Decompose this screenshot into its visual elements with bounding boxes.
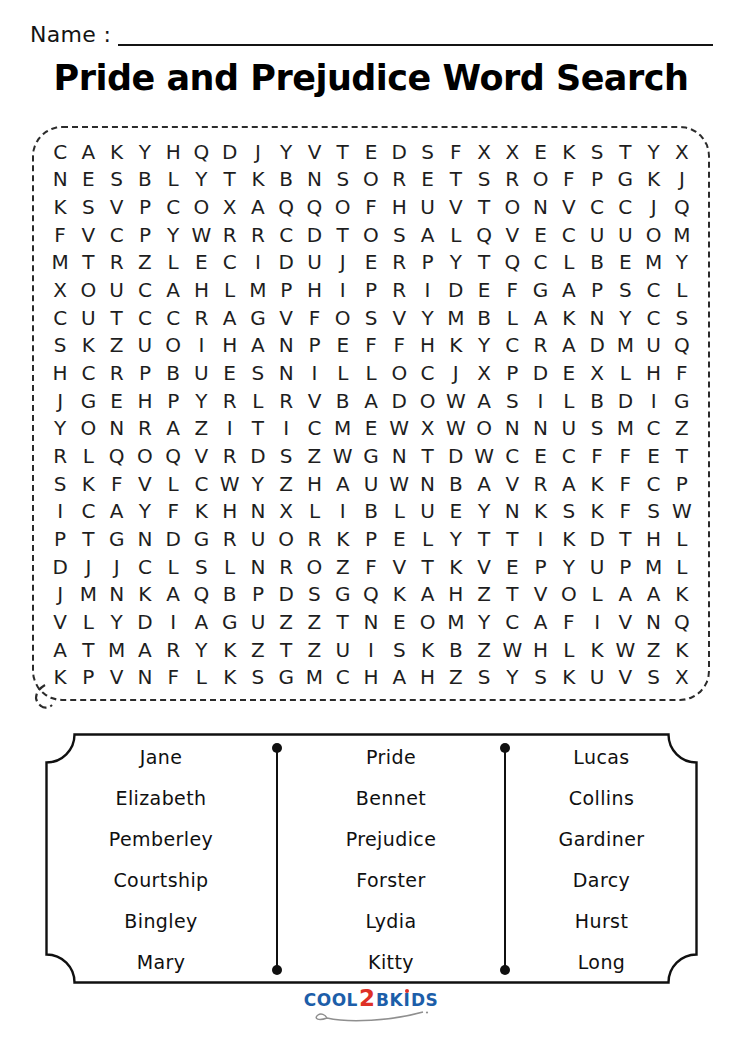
grid-cell-r19c2: T (74, 636, 102, 664)
logo-bk: BK (376, 992, 403, 1009)
grid-cell-r3c11: O (329, 193, 357, 221)
grid-cell-r9c5: B (159, 359, 187, 387)
grid-cell-r4c23: M (668, 221, 696, 249)
grid-cell-r14c15: E (442, 497, 470, 525)
grid-cell-r15c22: H (639, 525, 667, 553)
grid-cell-r17c18: V (526, 580, 554, 608)
grid-cell-r3c15: V (442, 193, 470, 221)
grid-cell-r11c21: M (611, 414, 639, 442)
grid-cell-r10c12: A (357, 387, 385, 415)
grid-cell-r18c8: U (244, 608, 272, 636)
grid-cell-r3c13: H (385, 193, 413, 221)
grid-cell-r9c3: R (103, 359, 131, 387)
grid-cell-r1c20: S (583, 138, 611, 166)
grid-cell-r9c12: L (357, 359, 385, 387)
grid-cell-r10c4: H (131, 387, 159, 415)
grid-cell-r4c16: Q (470, 221, 498, 249)
grid-cell-r10c23: G (668, 387, 696, 415)
grid-cell-r8c6: I (187, 332, 215, 360)
grid-cell-r7c15: M (442, 304, 470, 332)
grid-cell-r6c5: A (159, 276, 187, 304)
grid-cell-r8c22: U (639, 332, 667, 360)
grid-cell-r11c15: W (442, 414, 470, 442)
grid-cell-r11c7: I (216, 414, 244, 442)
grid-cell-r18c18: A (526, 608, 554, 636)
grid-cell-r20c22: S (639, 663, 667, 691)
grid-cell-r6c15: D (442, 276, 470, 304)
grid-cell-r11c2: O (74, 414, 102, 442)
grid-cell-r13c5: L (159, 470, 187, 498)
grid-cell-r7c16: B (470, 304, 498, 332)
word-lydia: Lydia (277, 900, 505, 941)
grid-cell-r9c22: H (639, 359, 667, 387)
grid-cell-r18c19: F (555, 608, 583, 636)
grid-cell-r9c15: J (442, 359, 470, 387)
word-bank-column-2: PrideBennetPrejudiceForsterLydiaKitty (277, 736, 505, 982)
grid-cell-r18c17: C (498, 608, 526, 636)
grid-cell-r16c22: M (639, 553, 667, 581)
grid-cell-r18c9: Z (272, 608, 300, 636)
grid-cell-r20c4: N (131, 663, 159, 691)
grid-cell-r4c2: V (74, 221, 102, 249)
grid-cell-r4c21: U (611, 221, 639, 249)
grid-cell-r5c6: E (187, 249, 215, 277)
grid-cell-r17c17: T (498, 580, 526, 608)
grid-cell-r5c22: M (639, 249, 667, 277)
grid-cell-r7c9: V (272, 304, 300, 332)
grid-cell-r13c1: S (46, 470, 74, 498)
grid-cell-r14c14: U (413, 497, 441, 525)
grid-cell-r16c17: E (498, 553, 526, 581)
grid-cell-r4c4: P (131, 221, 159, 249)
grid-cell-r8c18: R (526, 332, 554, 360)
grid-cell-r15c20: D (583, 525, 611, 553)
grid-cell-r11c9: I (272, 414, 300, 442)
grid-cell-r3c16: T (470, 193, 498, 221)
grid-cell-r19c18: H (526, 636, 554, 664)
grid-cell-r11c18: N (526, 414, 554, 442)
letter-grid: CAKYHQDJYVTEDSFXXEKSTYXNESBLYTKBNSORETSR… (46, 138, 696, 691)
grid-cell-r5c8: I (244, 249, 272, 277)
grid-cell-r13c12: U (357, 470, 385, 498)
grid-cell-r18c11: T (329, 608, 357, 636)
grid-cell-r4c13: S (385, 221, 413, 249)
grid-cell-r15c21: T (611, 525, 639, 553)
grid-cell-r9c17: P (498, 359, 526, 387)
grid-cell-r13c6: C (187, 470, 215, 498)
grid-cell-r16c14: T (413, 553, 441, 581)
grid-cell-r16c16: V (470, 553, 498, 581)
grid-cell-r12c10: Z (300, 442, 328, 470)
grid-cell-r8c1: S (46, 332, 74, 360)
grid-cell-r14c22: S (639, 497, 667, 525)
grid-cell-r12c16: W (470, 442, 498, 470)
grid-cell-r8c3: Z (103, 332, 131, 360)
grid-cell-r18c14: O (413, 608, 441, 636)
grid-cell-r8c4: U (131, 332, 159, 360)
grid-cell-r15c17: T (498, 525, 526, 553)
grid-cell-r1c11: T (329, 138, 357, 166)
grid-cell-r13c7: W (216, 470, 244, 498)
grid-cell-r9c13: O (385, 359, 413, 387)
grid-cell-r8c23: Q (668, 332, 696, 360)
grid-cell-r8c20: D (583, 332, 611, 360)
grid-cell-r15c19: K (555, 525, 583, 553)
word-pride: Pride (277, 736, 505, 777)
grid-cell-r15c10: R (300, 525, 328, 553)
grid-cell-r6c1: X (46, 276, 74, 304)
grid-cell-r14c6: K (187, 497, 215, 525)
grid-cell-r17c9: D (272, 580, 300, 608)
grid-cell-r4c9: C (272, 221, 300, 249)
grid-cell-r11c1: Y (46, 414, 74, 442)
grid-cell-r6c18: G (526, 276, 554, 304)
word-darcy: Darcy (505, 859, 698, 900)
grid-cell-r10c3: E (103, 387, 131, 415)
grid-cell-r5c19: L (555, 249, 583, 277)
grid-cell-r16c11: Z (329, 553, 357, 581)
grid-cell-r10c16: A (470, 387, 498, 415)
word-mary: Mary (45, 941, 277, 982)
grid-cell-r14c5: F (159, 497, 187, 525)
grid-cell-r18c15: M (442, 608, 470, 636)
grid-cell-r5c10: U (300, 249, 328, 277)
name-row: Name : (30, 16, 713, 46)
grid-cell-r2c16: S (470, 166, 498, 194)
grid-cell-r11c11: M (329, 414, 357, 442)
grid-cell-r16c7: L (216, 553, 244, 581)
grid-cell-r11c5: A (159, 414, 187, 442)
grid-cell-r17c23: K (668, 580, 696, 608)
grid-cell-r13c18: R (526, 470, 554, 498)
grid-cell-r2c8: K (244, 166, 272, 194)
grid-cell-r20c12: H (357, 663, 385, 691)
grid-cell-r4c8: R (244, 221, 272, 249)
grid-cell-r17c16: Z (470, 580, 498, 608)
grid-cell-r4c15: L (442, 221, 470, 249)
grid-cell-r6c12: P (357, 276, 385, 304)
grid-cell-r16c1: D (46, 553, 74, 581)
grid-cell-r14c19: S (555, 497, 583, 525)
grid-cell-r20c3: V (103, 663, 131, 691)
grid-cell-r9c19: E (555, 359, 583, 387)
grid-cell-r3c23: Q (668, 193, 696, 221)
page-title: Pride and Prejudice Word Search (0, 58, 742, 98)
grid-cell-r5c14: P (413, 249, 441, 277)
grid-cell-r12c11: W (329, 442, 357, 470)
grid-cell-r7c4: C (131, 304, 159, 332)
grid-cell-r13c9: Z (272, 470, 300, 498)
grid-cell-r19c3: M (103, 636, 131, 664)
grid-cell-r11c10: C (300, 414, 328, 442)
grid-cell-r17c7: B (216, 580, 244, 608)
grid-cell-r19c23: K (668, 636, 696, 664)
grid-cell-r2c12: O (357, 166, 385, 194)
grid-cell-r17c20: L (583, 580, 611, 608)
grid-cell-r8c17: C (498, 332, 526, 360)
word-long: Long (505, 941, 698, 982)
grid-cell-r16c15: K (442, 553, 470, 581)
grid-cell-r19c7: K (216, 636, 244, 664)
grid-cell-r14c9: X (272, 497, 300, 525)
grid-cell-r10c2: G (74, 387, 102, 415)
grid-cell-r10c21: D (611, 387, 639, 415)
footer-logo: COOL 2 BK I DS (0, 987, 742, 1024)
word-search-board: CAKYHQDJYVTEDSFXXEKSTYXNESBLYTKBNSORETSR… (32, 126, 710, 701)
grid-cell-r1c5: H (159, 138, 187, 166)
grid-cell-r4c1: F (46, 221, 74, 249)
grid-cell-r15c13: E (385, 525, 413, 553)
grid-cell-r16c19: Y (555, 553, 583, 581)
grid-cell-r5c18: C (526, 249, 554, 277)
grid-cell-r7c5: C (159, 304, 187, 332)
grid-cell-r12c3: Q (103, 442, 131, 470)
grid-cell-r13c23: P (668, 470, 696, 498)
grid-cell-r4c10: D (300, 221, 328, 249)
grid-cell-r13c17: V (498, 470, 526, 498)
grid-cell-r18c7: G (216, 608, 244, 636)
grid-cell-r1c8: J (244, 138, 272, 166)
grid-cell-r6c17: F (498, 276, 526, 304)
grid-cell-r2c5: L (159, 166, 187, 194)
grid-cell-r10c20: B (583, 387, 611, 415)
grid-cell-r9c21: L (611, 359, 639, 387)
grid-cell-r11c17: N (498, 414, 526, 442)
word-lucas: Lucas (505, 736, 698, 777)
grid-cell-r8c10: P (300, 332, 328, 360)
grid-cell-r14c12: B (357, 497, 385, 525)
grid-cell-r13c10: H (300, 470, 328, 498)
grid-cell-r19c8: Z (244, 636, 272, 664)
grid-cell-r18c23: Q (668, 608, 696, 636)
grid-cell-r8c2: K (74, 332, 102, 360)
grid-cell-r2c9: B (272, 166, 300, 194)
grid-cell-r17c11: G (329, 580, 357, 608)
grid-cell-r15c15: Y (442, 525, 470, 553)
grid-cell-r4c12: O (357, 221, 385, 249)
grid-cell-r17c4: K (131, 580, 159, 608)
grid-cell-r10c5: P (159, 387, 187, 415)
grid-cell-r16c18: P (526, 553, 554, 581)
grid-cell-r17c14: A (413, 580, 441, 608)
grid-cell-r18c22: N (639, 608, 667, 636)
grid-cell-r13c16: A (470, 470, 498, 498)
word-bank-column-1: JaneElizabethPemberleyCourtshipBingleyMa… (45, 736, 277, 982)
grid-cell-r13c19: A (555, 470, 583, 498)
grid-cell-r7c11: O (329, 304, 357, 332)
grid-cell-r18c12: N (357, 608, 385, 636)
grid-cell-r17c1: J (46, 580, 74, 608)
grid-cell-r5c16: T (470, 249, 498, 277)
grid-cell-r7c17: L (498, 304, 526, 332)
grid-cell-r4c14: A (413, 221, 441, 249)
grid-cell-r16c9: R (272, 553, 300, 581)
grid-cell-r3c12: F (357, 193, 385, 221)
grid-cell-r2c17: R (498, 166, 526, 194)
grid-cell-r19c1: A (46, 636, 74, 664)
grid-cell-r10c18: I (526, 387, 554, 415)
grid-cell-r20c10: M (300, 663, 328, 691)
grid-cell-r14c10: L (300, 497, 328, 525)
grid-cell-r8c13: F (385, 332, 413, 360)
grid-cell-r19c4: A (131, 636, 159, 664)
grid-cell-r1c18: E (526, 138, 554, 166)
grid-cell-r4c19: C (555, 221, 583, 249)
grid-cell-r2c1: N (46, 166, 74, 194)
grid-cell-r2c4: B (131, 166, 159, 194)
grid-cell-r15c11: K (329, 525, 357, 553)
grid-cell-r4c22: O (639, 221, 667, 249)
grid-cell-r3c5: C (159, 193, 187, 221)
grid-cell-r15c2: T (74, 525, 102, 553)
grid-cell-r5c11: J (329, 249, 357, 277)
grid-cell-r18c2: L (74, 608, 102, 636)
grid-cell-r12c15: D (442, 442, 470, 470)
grid-cell-r4c18: E (526, 221, 554, 249)
grid-cell-r2c14: E (413, 166, 441, 194)
logo-swoosh-underline (311, 1009, 431, 1024)
grid-cell-r7c2: U (74, 304, 102, 332)
grid-cell-r7c14: Y (413, 304, 441, 332)
grid-cell-r5c3: R (103, 249, 131, 277)
grid-cell-r19c13: S (385, 636, 413, 664)
grid-cell-r1c13: D (385, 138, 413, 166)
grid-cell-r20c20: U (583, 663, 611, 691)
grid-cell-r11c16: O (470, 414, 498, 442)
grid-cell-r9c8: S (244, 359, 272, 387)
grid-cell-r6c7: L (216, 276, 244, 304)
grid-cell-r16c2: J (74, 553, 102, 581)
grid-cell-r6c16: E (470, 276, 498, 304)
grid-cell-r12c9: S (272, 442, 300, 470)
grid-cell-r11c12: E (357, 414, 385, 442)
grid-cell-r8c7: H (216, 332, 244, 360)
grid-cell-r16c5: L (159, 553, 187, 581)
grid-cell-r11c20: S (583, 414, 611, 442)
grid-cell-r12c17: C (498, 442, 526, 470)
grid-cell-r5c13: R (385, 249, 413, 277)
grid-cell-r9c1: H (46, 359, 74, 387)
grid-cell-r14c1: I (46, 497, 74, 525)
grid-cell-r3c20: C (583, 193, 611, 221)
grid-cell-r6c21: S (611, 276, 639, 304)
grid-cell-r11c8: T (244, 414, 272, 442)
word-bank-divider-2 (504, 748, 506, 970)
grid-cell-r18c5: I (159, 608, 187, 636)
grid-cell-r14c20: K (583, 497, 611, 525)
grid-cell-r4c3: C (103, 221, 131, 249)
grid-cell-r1c1: C (46, 138, 74, 166)
grid-cell-r18c20: I (583, 608, 611, 636)
grid-cell-r6c19: A (555, 276, 583, 304)
grid-cell-r20c21: V (611, 663, 639, 691)
footer-logo-text: COOL 2 BK I DS (304, 987, 439, 1010)
grid-cell-r6c20: P (583, 276, 611, 304)
grid-cell-r1c4: Y (131, 138, 159, 166)
grid-cell-r11c4: R (131, 414, 159, 442)
grid-cell-r18c6: A (187, 608, 215, 636)
grid-cell-r7c1: C (46, 304, 74, 332)
grid-cell-r12c14: T (413, 442, 441, 470)
word-bank-column-3: LucasCollinsGardinerDarcyHurstLong (505, 736, 698, 982)
grid-cell-r7c10: F (300, 304, 328, 332)
grid-cell-r13c8: Y (244, 470, 272, 498)
grid-cell-r1c9: Y (272, 138, 300, 166)
grid-cell-r15c5: D (159, 525, 187, 553)
grid-cell-r17c12: Q (357, 580, 385, 608)
grid-cell-r8c15: K (442, 332, 470, 360)
grid-cell-r9c9: N (272, 359, 300, 387)
grid-cell-r6c6: H (187, 276, 215, 304)
grid-cell-r4c11: T (329, 221, 357, 249)
grid-cell-r16c21: P (611, 553, 639, 581)
grid-cell-r2c15: T (442, 166, 470, 194)
grid-cell-r5c4: Z (131, 249, 159, 277)
grid-cell-r12c13: N (385, 442, 413, 470)
grid-cell-r1c21: T (611, 138, 639, 166)
grid-cell-r12c18: E (526, 442, 554, 470)
grid-cell-r9c18: D (526, 359, 554, 387)
name-blank-line (118, 17, 713, 46)
grid-cell-r3c17: O (498, 193, 526, 221)
grid-cell-r14c4: Y (131, 497, 159, 525)
logo-two: 2 (359, 987, 375, 1010)
grid-cell-r3c8: A (244, 193, 272, 221)
word-jane: Jane (45, 736, 277, 777)
grid-cell-r2c18: O (526, 166, 554, 194)
grid-cell-r20c23: X (668, 663, 696, 691)
grid-cell-r10c10: V (300, 387, 328, 415)
grid-cell-r15c6: G (187, 525, 215, 553)
grid-cell-r4c17: V (498, 221, 526, 249)
grid-cell-r19c14: K (413, 636, 441, 664)
grid-cell-r20c9: G (272, 663, 300, 691)
grid-cell-r20c5: F (159, 663, 187, 691)
grid-cell-r1c6: Q (187, 138, 215, 166)
grid-cell-r16c20: U (583, 553, 611, 581)
grid-cell-r3c19: V (555, 193, 583, 221)
grid-cell-r7c18: A (526, 304, 554, 332)
grid-cell-r10c13: D (385, 387, 413, 415)
grid-cell-r2c13: R (385, 166, 413, 194)
grid-cell-r13c22: C (639, 470, 667, 498)
grid-cell-r8c5: O (159, 332, 187, 360)
grid-cell-r13c20: K (583, 470, 611, 498)
grid-cell-r7c20: N (583, 304, 611, 332)
grid-cell-r7c8: G (244, 304, 272, 332)
word-collins: Collins (505, 777, 698, 818)
grid-cell-r16c4: C (131, 553, 159, 581)
grid-cell-r12c7: R (216, 442, 244, 470)
grid-cell-r9c11: L (329, 359, 357, 387)
grid-cell-r16c12: F (357, 553, 385, 581)
grid-cell-r3c3: V (103, 193, 131, 221)
grid-cell-r20c15: Z (442, 663, 470, 691)
grid-cell-r8c9: N (272, 332, 300, 360)
grid-cell-r2c10: N (300, 166, 328, 194)
grid-cell-r14c8: N (244, 497, 272, 525)
grid-cell-r13c14: N (413, 470, 441, 498)
grid-cell-r5c20: B (583, 249, 611, 277)
word-pemberley: Pemberley (45, 818, 277, 859)
grid-cell-r1c7: D (216, 138, 244, 166)
grid-cell-r6c14: I (413, 276, 441, 304)
grid-cell-r3c10: Q (300, 193, 328, 221)
grid-cell-r4c20: U (583, 221, 611, 249)
grid-cell-r15c1: P (46, 525, 74, 553)
grid-cell-r7c3: T (103, 304, 131, 332)
grid-cell-r15c12: P (357, 525, 385, 553)
